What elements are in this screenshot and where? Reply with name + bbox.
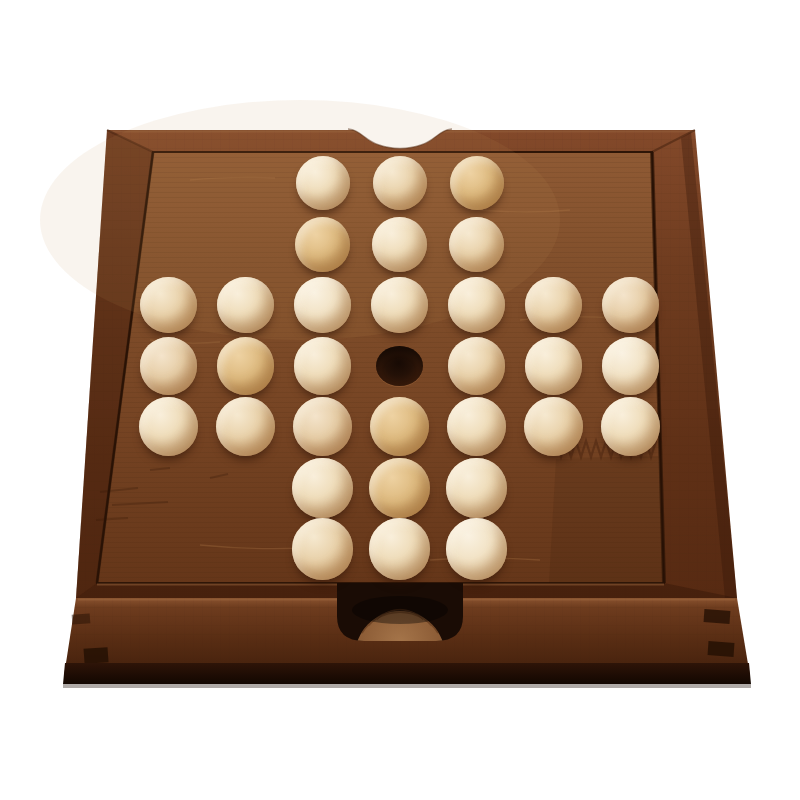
- cell-r3c6[interactable]: [515, 275, 592, 336]
- cell-r1c7: [592, 153, 669, 214]
- peg[interactable]: [370, 397, 429, 456]
- cell-r5c5[interactable]: [438, 396, 515, 457]
- cell-r7c5[interactable]: [438, 518, 515, 580]
- peg[interactable]: [602, 277, 659, 334]
- peg[interactable]: [448, 337, 506, 395]
- cell-r3c1[interactable]: [130, 275, 207, 336]
- cell-r1c5[interactable]: [438, 153, 515, 214]
- peg[interactable]: [295, 217, 350, 272]
- cell-r3c2[interactable]: [207, 275, 284, 336]
- peg[interactable]: [601, 397, 660, 456]
- peg[interactable]: [140, 337, 198, 395]
- cell-r5c4[interactable]: [361, 396, 438, 457]
- peg[interactable]: [446, 458, 507, 519]
- cell-r1c6: [515, 153, 592, 214]
- cell-r7c2: [207, 518, 284, 580]
- peg[interactable]: [449, 217, 504, 272]
- peg[interactable]: [525, 337, 583, 395]
- peg[interactable]: [293, 397, 352, 456]
- peg[interactable]: [369, 518, 431, 580]
- bottom-edge-shadow: [63, 663, 751, 688]
- cell-r4c7[interactable]: [592, 336, 669, 397]
- peg[interactable]: [371, 277, 428, 334]
- peg[interactable]: [217, 277, 274, 334]
- cell-r1c1: [130, 153, 207, 214]
- peg[interactable]: [448, 277, 505, 334]
- cell-r7c3[interactable]: [284, 518, 361, 580]
- cell-r2c5[interactable]: [438, 214, 515, 275]
- cell-r4c4[interactable]: [361, 336, 438, 397]
- cell-r7c7: [592, 518, 669, 580]
- cell-r7c6: [515, 518, 592, 580]
- peg[interactable]: [602, 337, 660, 395]
- cell-r5c7[interactable]: [592, 396, 669, 457]
- cell-r2c1: [130, 214, 207, 275]
- cell-r5c1[interactable]: [130, 396, 207, 457]
- peg[interactable]: [524, 397, 583, 456]
- cell-r6c4[interactable]: [361, 457, 438, 518]
- cell-r7c1: [130, 518, 207, 580]
- cell-r3c4[interactable]: [361, 275, 438, 336]
- cell-r4c1[interactable]: [130, 336, 207, 397]
- empty-hole[interactable]: [376, 346, 423, 386]
- cell-r1c4[interactable]: [361, 153, 438, 214]
- cell-r2c4[interactable]: [361, 214, 438, 275]
- cell-r6c2: [207, 457, 284, 518]
- peg[interactable]: [373, 156, 427, 210]
- peg[interactable]: [446, 518, 508, 580]
- cell-r6c6: [515, 457, 592, 518]
- peg[interactable]: [450, 156, 504, 210]
- peg[interactable]: [296, 156, 350, 210]
- peg[interactable]: [292, 518, 354, 580]
- peg[interactable]: [372, 217, 427, 272]
- peg[interactable]: [139, 397, 198, 456]
- peg[interactable]: [140, 277, 197, 334]
- cell-r3c7[interactable]: [592, 275, 669, 336]
- peg[interactable]: [217, 337, 275, 395]
- cell-r2c6: [515, 214, 592, 275]
- cell-r4c2[interactable]: [207, 336, 284, 397]
- cell-r2c3[interactable]: [284, 214, 361, 275]
- peg[interactable]: [216, 397, 275, 456]
- cell-r1c3[interactable]: [284, 153, 361, 214]
- cell-r4c3[interactable]: [284, 336, 361, 397]
- peg[interactable]: [292, 458, 353, 519]
- peg[interactable]: [369, 458, 430, 519]
- cell-r2c7: [592, 214, 669, 275]
- cell-r5c3[interactable]: [284, 396, 361, 457]
- peg-solitaire-scene: [0, 0, 800, 800]
- cell-r6c1: [130, 457, 207, 518]
- cell-r3c5[interactable]: [438, 275, 515, 336]
- cell-r7c4[interactable]: [361, 518, 438, 580]
- cell-r3c3[interactable]: [284, 275, 361, 336]
- cell-r1c2: [207, 153, 284, 214]
- board-grid: [130, 153, 669, 580]
- cell-r5c6[interactable]: [515, 396, 592, 457]
- cell-r6c7: [592, 457, 669, 518]
- peg[interactable]: [525, 277, 582, 334]
- peg[interactable]: [294, 337, 352, 395]
- cell-r4c6[interactable]: [515, 336, 592, 397]
- peg[interactable]: [447, 397, 506, 456]
- cell-r4c5[interactable]: [438, 336, 515, 397]
- cell-r2c2: [207, 214, 284, 275]
- peg[interactable]: [294, 277, 351, 334]
- cell-r6c5[interactable]: [438, 457, 515, 518]
- cell-r5c2[interactable]: [207, 396, 284, 457]
- cell-r6c3[interactable]: [284, 457, 361, 518]
